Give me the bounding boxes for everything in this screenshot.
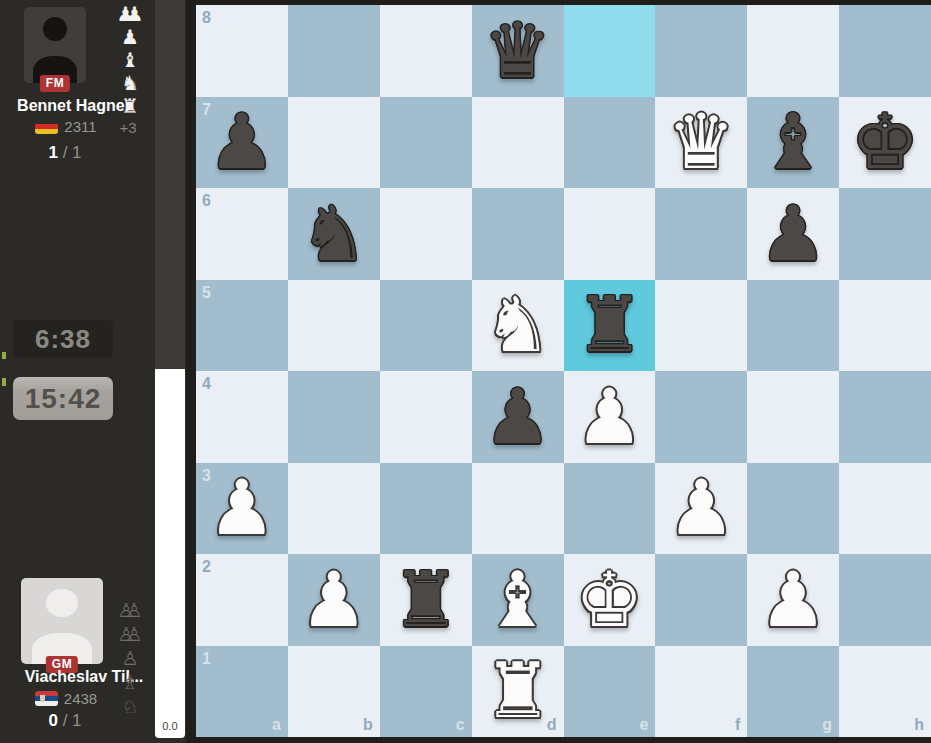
square-a5[interactable]: 5 <box>196 280 288 372</box>
piece-white-knight[interactable]: ♞ <box>472 280 564 372</box>
square-c5[interactable] <box>380 280 472 372</box>
square-h6[interactable] <box>839 188 931 280</box>
clock-bottom-player-active: 15:42 <box>13 377 113 420</box>
rank-label-4: 4 <box>202 375 211 393</box>
piece-white-bishop[interactable]: ♝ <box>472 554 564 646</box>
file-label-b: b <box>363 716 373 734</box>
serbia-flag-icon <box>35 691 58 706</box>
square-f4[interactable] <box>655 371 747 463</box>
germany-flag-icon <box>35 119 58 134</box>
square-c6[interactable] <box>380 188 472 280</box>
square-c3[interactable] <box>380 463 472 555</box>
captured-pawn-pair-icon: ♟♟ <box>117 3 144 25</box>
piece-white-pawn[interactable]: ♟ <box>564 371 656 463</box>
eval-bar: 0.0 <box>155 0 185 738</box>
square-b8[interactable] <box>288 5 380 97</box>
piece-black-rook[interactable]: ♜ <box>564 280 656 372</box>
file-label-f: f <box>735 716 740 734</box>
clock-top-player: 6:38 <box>13 320 113 358</box>
score-value: 1 <box>48 143 57 162</box>
square-d1[interactable]: d♜ <box>472 646 564 738</box>
captured-pawn-pair-icon: ♙♙ <box>117 623 142 645</box>
square-a6[interactable]: 6 <box>196 188 288 280</box>
piece-white-king[interactable]: ♚ <box>564 554 656 646</box>
title-badge-top: FM <box>40 75 70 92</box>
captured-pieces-top: ♟♟♟♝♞♜ <box>115 3 145 117</box>
square-a1[interactable]: 1a <box>196 646 288 738</box>
captured-pieces-bottom: ♙♙♙♙♙♗♘ <box>114 599 146 717</box>
rank-label-6: 6 <box>202 192 211 210</box>
square-g4[interactable] <box>747 371 839 463</box>
eval-value: 0.0 <box>155 720 185 732</box>
square-e8[interactable] <box>564 5 656 97</box>
file-label-h: h <box>914 716 924 734</box>
square-g3[interactable] <box>747 463 839 555</box>
square-h3[interactable] <box>839 463 931 555</box>
square-g5[interactable] <box>747 280 839 372</box>
square-b3[interactable] <box>288 463 380 555</box>
captured-bishop-icon: ♗ <box>121 671 138 693</box>
piece-black-queen[interactable]: ♛ <box>472 5 564 97</box>
match-score-top: 1 / 1 <box>0 143 130 163</box>
match-score-bottom: 0 / 1 <box>0 711 130 731</box>
square-h2[interactable] <box>839 554 931 646</box>
square-b4[interactable] <box>288 371 380 463</box>
score-value: 0 <box>48 711 57 730</box>
square-e2[interactable]: ♚ <box>564 554 656 646</box>
piece-white-pawn[interactable]: ♟ <box>747 554 839 646</box>
file-label-g: g <box>822 716 832 734</box>
material-advantage-badge: +3 <box>112 119 144 136</box>
square-h7[interactable]: ♚ <box>839 97 931 189</box>
square-d6[interactable] <box>472 188 564 280</box>
square-g2[interactable]: ♟ <box>747 554 839 646</box>
square-g6[interactable]: ♟ <box>747 188 839 280</box>
square-f3[interactable]: ♟ <box>655 463 747 555</box>
score-total: / 1 <box>58 711 82 730</box>
square-d2[interactable]: ♝ <box>472 554 564 646</box>
square-d4[interactable]: ♟ <box>472 371 564 463</box>
captured-rook-icon: ♜ <box>121 95 139 117</box>
avatar-bottom-player[interactable]: GM <box>21 578 103 664</box>
clock-tick-indicator-top <box>2 352 6 359</box>
square-d7[interactable] <box>472 97 564 189</box>
square-b7[interactable] <box>288 97 380 189</box>
piece-black-pawn[interactable]: ♟ <box>747 188 839 280</box>
piece-white-queen[interactable]: ♛ <box>655 97 747 189</box>
square-f8[interactable] <box>655 5 747 97</box>
captured-pawn-icon: ♙ <box>121 647 138 669</box>
square-d3[interactable] <box>472 463 564 555</box>
piece-black-pawn[interactable]: ♟ <box>472 371 564 463</box>
file-label-e: e <box>639 716 648 734</box>
captured-bishop-icon: ♝ <box>121 49 139 71</box>
square-h5[interactable] <box>839 280 931 372</box>
piece-black-rook[interactable]: ♜ <box>380 554 472 646</box>
piece-black-king[interactable]: ♚ <box>839 97 931 189</box>
player-rating-bottom: 2438 <box>64 690 97 707</box>
captured-pawn-icon: ♟ <box>121 26 139 48</box>
square-b2[interactable]: ♟ <box>288 554 380 646</box>
score-total: / 1 <box>58 143 82 162</box>
square-e7[interactable] <box>564 97 656 189</box>
piece-white-pawn[interactable]: ♟ <box>655 463 747 555</box>
square-h8[interactable] <box>839 5 931 97</box>
piece-white-rook[interactable]: ♜ <box>472 646 564 738</box>
file-label-c: c <box>456 716 465 734</box>
rank-label-1: 1 <box>202 650 211 668</box>
file-label-a: a <box>272 716 281 734</box>
square-a2[interactable]: 2 <box>196 554 288 646</box>
square-a4[interactable]: 4 <box>196 371 288 463</box>
square-f6[interactable] <box>655 188 747 280</box>
rank-label-2: 2 <box>202 558 211 576</box>
square-f7[interactable]: ♛ <box>655 97 747 189</box>
square-c8[interactable] <box>380 5 472 97</box>
square-h1[interactable]: h <box>839 646 931 738</box>
person-silhouette-icon <box>21 578 103 664</box>
piece-white-pawn[interactable]: ♟ <box>288 554 380 646</box>
square-g7[interactable]: ♝ <box>747 97 839 189</box>
square-g1[interactable]: g <box>747 646 839 738</box>
square-e5[interactable]: ♜ <box>564 280 656 372</box>
square-c1[interactable]: c <box>380 646 472 738</box>
square-d8[interactable]: ♛ <box>472 5 564 97</box>
square-b5[interactable] <box>288 280 380 372</box>
square-f2[interactable] <box>655 554 747 646</box>
piece-black-knight[interactable]: ♞ <box>288 188 380 280</box>
captured-knight-icon: ♘ <box>121 695 138 717</box>
piece-black-bishop[interactable]: ♝ <box>747 97 839 189</box>
player-rating-top: 2311 <box>64 118 96 135</box>
avatar-top-player[interactable]: FM <box>24 7 86 83</box>
eval-bar-white-section: 0.0 <box>155 369 185 738</box>
square-h4[interactable] <box>839 371 931 463</box>
square-b6[interactable]: ♞ <box>288 188 380 280</box>
square-g8[interactable] <box>747 5 839 97</box>
square-c2[interactable]: ♜ <box>380 554 472 646</box>
square-d5[interactable]: ♞ <box>472 280 564 372</box>
rank-label-8: 8 <box>202 9 211 27</box>
square-c4[interactable] <box>380 371 472 463</box>
square-e4[interactable]: ♟ <box>564 371 656 463</box>
square-e1[interactable]: e <box>564 646 656 738</box>
square-a3[interactable]: 3♟ <box>196 463 288 555</box>
captured-knight-icon: ♞ <box>121 72 139 94</box>
captured-pawn-pair-icon: ♙♙ <box>117 599 142 621</box>
piece-black-pawn[interactable]: ♟ <box>196 97 288 189</box>
person-silhouette-icon <box>24 7 86 83</box>
rank-label-5: 5 <box>202 284 211 302</box>
square-e3[interactable] <box>564 463 656 555</box>
square-c7[interactable] <box>380 97 472 189</box>
square-f1[interactable]: f <box>655 646 747 738</box>
square-a8[interactable]: 8 <box>196 5 288 97</box>
square-b1[interactable]: b <box>288 646 380 738</box>
square-f5[interactable] <box>655 280 747 372</box>
chess-board: 8♛7♟♛♝♚6♞♟5♞♜4♟♟3♟♟2♟♜♝♚♟1abcd♜efgh <box>196 5 931 737</box>
piece-white-pawn[interactable]: ♟ <box>196 463 288 555</box>
square-a7[interactable]: 7♟ <box>196 97 288 189</box>
square-e6[interactable] <box>564 188 656 280</box>
clock-tick-indicator-bottom <box>2 378 6 386</box>
